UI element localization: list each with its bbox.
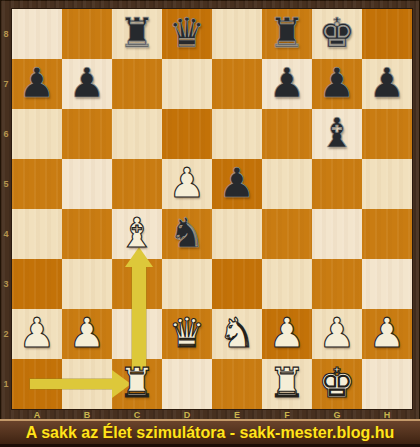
square-b4 xyxy=(62,209,112,259)
square-h5 xyxy=(362,159,412,209)
move-arrow-a1-c1-shaft xyxy=(30,379,114,389)
piece-white-queen-d2: ♛ xyxy=(162,309,212,359)
square-b2: ♟ xyxy=(62,309,112,359)
square-e8 xyxy=(212,9,262,59)
file-label-g: G xyxy=(312,409,362,420)
piece-black-knight-d4: ♞ xyxy=(162,209,212,259)
square-g6: ♝ xyxy=(312,109,362,159)
piece-black-pawn-f7: ♟ xyxy=(262,59,312,109)
file-label-d: D xyxy=(162,409,212,420)
square-c8: ♜ xyxy=(112,9,162,59)
square-e3 xyxy=(212,259,262,309)
square-d4: ♞ xyxy=(162,209,212,259)
square-f5 xyxy=(262,159,312,209)
piece-black-rook-f8: ♜ xyxy=(262,9,312,59)
square-c1: ♜ xyxy=(112,359,162,409)
square-h2: ♟ xyxy=(362,309,412,359)
piece-white-bishop-c4: ♝ xyxy=(112,209,162,259)
square-f6 xyxy=(262,109,312,159)
square-a8 xyxy=(12,9,62,59)
square-d2: ♛ xyxy=(162,309,212,359)
square-f2: ♟ xyxy=(262,309,312,359)
square-c7 xyxy=(112,59,162,109)
square-h1 xyxy=(362,359,412,409)
square-d7 xyxy=(162,59,212,109)
square-c6 xyxy=(112,109,162,159)
piece-white-knight-e2: ♞ xyxy=(212,309,262,359)
rank-label-3: 3 xyxy=(0,259,12,309)
square-d1 xyxy=(162,359,212,409)
square-e5: ♟ xyxy=(212,159,262,209)
piece-white-rook-f1: ♜ xyxy=(262,359,312,409)
file-label-b: B xyxy=(62,409,112,420)
square-h8 xyxy=(362,9,412,59)
piece-white-pawn-b2: ♟ xyxy=(62,309,112,359)
file-label-h: H xyxy=(362,409,412,420)
square-f7: ♟ xyxy=(262,59,312,109)
piece-white-rook-c1: ♜ xyxy=(112,359,162,409)
chess-board: ♜♛♜♚♟♟♟♟♟♝♟♟♝♞♟♟♛♞♟♟♟♜♜♚ xyxy=(12,9,412,409)
square-f3 xyxy=(262,259,312,309)
rank-label-7: 7 xyxy=(0,59,12,109)
square-h6 xyxy=(362,109,412,159)
square-f1: ♜ xyxy=(262,359,312,409)
piece-black-queen-d8: ♛ xyxy=(162,9,212,59)
piece-black-king-g8: ♚ xyxy=(312,9,362,59)
square-f8: ♜ xyxy=(262,9,312,59)
square-d3 xyxy=(162,259,212,309)
square-a7: ♟ xyxy=(12,59,62,109)
piece-black-bishop-g6: ♝ xyxy=(312,109,362,159)
square-e4 xyxy=(212,209,262,259)
piece-white-pawn-d5: ♟ xyxy=(162,159,212,209)
square-g2: ♟ xyxy=(312,309,362,359)
piece-black-pawn-b7: ♟ xyxy=(62,59,112,109)
rank-label-1: 1 xyxy=(0,359,12,409)
caption-text: A sakk az Élet szimulátora - sakk-mester… xyxy=(0,421,420,444)
piece-white-pawn-g2: ♟ xyxy=(312,309,362,359)
square-b6 xyxy=(62,109,112,159)
piece-white-pawn-a2: ♟ xyxy=(12,309,62,359)
square-g3 xyxy=(312,259,362,309)
piece-white-king-g1: ♚ xyxy=(312,359,362,409)
square-g4 xyxy=(312,209,362,259)
file-label-a: A xyxy=(12,409,62,420)
piece-black-pawn-e5: ♟ xyxy=(212,159,262,209)
square-b3 xyxy=(62,259,112,309)
square-d8: ♛ xyxy=(162,9,212,59)
rank-label-8: 8 xyxy=(0,9,12,59)
caption-bar: A sakk az Élet szimulátora - sakk-mester… xyxy=(0,421,420,444)
square-b5 xyxy=(62,159,112,209)
rank-label-4: 4 xyxy=(0,209,12,259)
square-b8 xyxy=(62,9,112,59)
square-g5 xyxy=(312,159,362,209)
square-g7: ♟ xyxy=(312,59,362,109)
rank-label-6: 6 xyxy=(0,109,12,159)
piece-black-rook-c8: ♜ xyxy=(112,9,162,59)
square-a6 xyxy=(12,109,62,159)
square-g8: ♚ xyxy=(312,9,362,59)
square-e7 xyxy=(212,59,262,109)
piece-white-pawn-f2: ♟ xyxy=(262,309,312,359)
square-c5 xyxy=(112,159,162,209)
square-h3 xyxy=(362,259,412,309)
square-h7: ♟ xyxy=(362,59,412,109)
square-d5: ♟ xyxy=(162,159,212,209)
piece-black-pawn-a7: ♟ xyxy=(12,59,62,109)
square-b7: ♟ xyxy=(62,59,112,109)
square-a3 xyxy=(12,259,62,309)
square-e1 xyxy=(212,359,262,409)
chess-diagram: ♜♛♜♚♟♟♟♟♟♝♟♟♝♞♟♟♛♞♟♟♟♜♜♚ 87654321 ABCDEF… xyxy=(0,0,420,447)
rank-label-5: 5 xyxy=(0,159,12,209)
file-label-c: C xyxy=(112,409,162,420)
piece-white-pawn-h2: ♟ xyxy=(362,309,412,359)
square-c4: ♝ xyxy=(112,209,162,259)
square-a2: ♟ xyxy=(12,309,62,359)
piece-black-pawn-g7: ♟ xyxy=(312,59,362,109)
square-f4 xyxy=(262,209,312,259)
square-a4 xyxy=(12,209,62,259)
file-label-f: F xyxy=(262,409,312,420)
square-e2: ♞ xyxy=(212,309,262,359)
square-h4 xyxy=(362,209,412,259)
file-label-e: E xyxy=(212,409,262,420)
move-arrow-c1-c4-shaft xyxy=(132,267,146,371)
rank-label-2: 2 xyxy=(0,309,12,359)
square-a5 xyxy=(12,159,62,209)
piece-black-pawn-h7: ♟ xyxy=(362,59,412,109)
square-d6 xyxy=(162,109,212,159)
square-e6 xyxy=(212,109,262,159)
square-g1: ♚ xyxy=(312,359,362,409)
